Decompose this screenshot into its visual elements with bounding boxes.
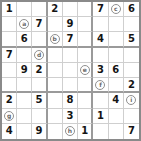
given-digit: 8 xyxy=(67,95,74,105)
sudoku-board: 127c6a796b7457d92e36f22584ig3149h17 xyxy=(0,0,141,141)
cell-r1c1[interactable]: 1 xyxy=(2,2,17,17)
given-digit: 4 xyxy=(112,95,119,105)
given-digit: 7 xyxy=(67,34,74,44)
given-digit: 5 xyxy=(36,95,43,105)
circled-letter-a-icon: a xyxy=(19,19,29,29)
cell-r4c2[interactable] xyxy=(17,48,32,63)
cell-r8c8[interactable] xyxy=(109,109,124,124)
cell-r1c4[interactable]: 2 xyxy=(48,2,63,17)
cell-r7c2[interactable] xyxy=(17,93,32,108)
cell-r5c4[interactable] xyxy=(48,63,63,78)
cell-r2c8[interactable] xyxy=(109,17,124,32)
given-digit: 1 xyxy=(81,126,88,136)
cell-r3c5[interactable]: 7 xyxy=(63,32,78,47)
cell-r7c9[interactable]: i xyxy=(124,93,139,108)
cell-r8c7[interactable]: 1 xyxy=(93,109,108,124)
cell-r4c3[interactable]: d xyxy=(32,48,47,63)
given-digit: 7 xyxy=(6,50,13,60)
cell-r5c7[interactable]: 3 xyxy=(93,63,108,78)
sudoku-puzzle: 127c6a796b7457d92e36f22584ig3149h17 xyxy=(0,0,141,141)
cell-r2c9[interactable] xyxy=(124,17,139,32)
cell-r9c2[interactable] xyxy=(17,124,32,139)
cell-r5c8[interactable]: 6 xyxy=(109,63,124,78)
cell-r5c3[interactable]: 2 xyxy=(32,63,47,78)
cell-r5c2[interactable]: 9 xyxy=(17,63,32,78)
cell-r9c9[interactable]: 7 xyxy=(124,124,139,139)
cell-r6c7[interactable]: f xyxy=(93,78,108,93)
cell-r1c3[interactable] xyxy=(32,2,47,17)
cell-r6c5[interactable] xyxy=(63,78,78,93)
cell-r9c5[interactable]: h xyxy=(63,124,78,139)
given-digit: 7 xyxy=(128,126,135,136)
cell-r3c1[interactable] xyxy=(2,32,17,47)
cell-r9c7[interactable] xyxy=(93,124,108,139)
cell-r6c2[interactable] xyxy=(17,78,32,93)
cell-r3c8[interactable] xyxy=(109,32,124,47)
cell-r3c6[interactable] xyxy=(78,32,93,47)
circled-letter-h-icon: h xyxy=(65,126,75,136)
cell-r8c2[interactable] xyxy=(17,109,32,124)
cell-r1c2[interactable] xyxy=(17,2,32,17)
given-digit: 6 xyxy=(21,34,28,44)
given-digit: 6 xyxy=(128,4,135,14)
cell-r8c6[interactable] xyxy=(78,109,93,124)
cell-r3c4[interactable]: b xyxy=(48,32,63,47)
cell-r2c2[interactable]: a xyxy=(17,17,32,32)
cell-r4c5[interactable] xyxy=(63,48,78,63)
cell-r3c9[interactable]: 5 xyxy=(124,32,139,47)
cell-r1c5[interactable] xyxy=(63,2,78,17)
cell-r4c6[interactable] xyxy=(78,48,93,63)
cell-r4c4[interactable] xyxy=(48,48,63,63)
cell-r5c9[interactable] xyxy=(124,63,139,78)
given-digit: 5 xyxy=(128,34,135,44)
cell-r8c9[interactable] xyxy=(124,109,139,124)
given-digit: 2 xyxy=(51,4,58,14)
cell-r1c6[interactable] xyxy=(78,2,93,17)
given-digit: 7 xyxy=(97,4,104,14)
cell-r7c7[interactable] xyxy=(93,93,108,108)
cell-r4c9[interactable] xyxy=(124,48,139,63)
given-digit: 3 xyxy=(97,65,104,75)
cell-r4c7[interactable] xyxy=(93,48,108,63)
cell-r6c8[interactable] xyxy=(109,78,124,93)
circled-letter-f-icon: f xyxy=(95,80,105,90)
cell-r2c4[interactable] xyxy=(48,17,63,32)
cell-r6c1[interactable] xyxy=(2,78,17,93)
cell-r3c2[interactable]: 6 xyxy=(17,32,32,47)
cell-r9c6[interactable]: 1 xyxy=(78,124,93,139)
cell-r7c5[interactable]: 8 xyxy=(63,93,78,108)
cell-r2c7[interactable] xyxy=(93,17,108,32)
cell-r6c3[interactable] xyxy=(32,78,47,93)
cell-r9c8[interactable] xyxy=(109,124,124,139)
cell-r9c3[interactable]: 9 xyxy=(32,124,47,139)
given-digit: 3 xyxy=(67,111,74,121)
given-digit: 1 xyxy=(6,4,13,14)
cell-r7c4[interactable] xyxy=(48,93,63,108)
cell-r1c9[interactable]: 6 xyxy=(124,2,139,17)
cell-r6c6[interactable] xyxy=(78,78,93,93)
cell-r4c8[interactable] xyxy=(109,48,124,63)
cell-r7c8[interactable]: 4 xyxy=(109,93,124,108)
cell-r4c1[interactable]: 7 xyxy=(2,48,17,63)
given-digit: 2 xyxy=(6,95,13,105)
circled-letter-b-icon: b xyxy=(50,34,60,44)
cell-r5c6[interactable]: e xyxy=(78,63,93,78)
given-digit: 9 xyxy=(21,65,28,75)
cell-r5c5[interactable] xyxy=(63,63,78,78)
cell-r7c3[interactable]: 5 xyxy=(32,93,47,108)
cell-r2c3[interactable]: 7 xyxy=(32,17,47,32)
cell-r6c4[interactable] xyxy=(48,78,63,93)
cell-r1c7[interactable]: 7 xyxy=(93,2,108,17)
cell-r2c5[interactable]: 9 xyxy=(63,17,78,32)
cell-r3c3[interactable] xyxy=(32,32,47,47)
circled-letter-i-icon: i xyxy=(126,95,136,105)
circled-letter-d-icon: d xyxy=(34,50,44,60)
cell-r8c1[interactable]: g xyxy=(2,109,17,124)
circled-letter-c-icon: c xyxy=(111,4,121,14)
cell-r6c9[interactable]: 2 xyxy=(124,78,139,93)
cell-r8c5[interactable]: 3 xyxy=(63,109,78,124)
cell-r9c4[interactable] xyxy=(48,124,63,139)
given-digit: 6 xyxy=(112,65,119,75)
given-digit: 7 xyxy=(36,19,43,29)
cell-r7c1[interactable]: 2 xyxy=(2,93,17,108)
given-digit: 9 xyxy=(67,19,74,29)
circled-letter-e-icon: e xyxy=(80,65,90,75)
cell-r8c3[interactable] xyxy=(32,109,47,124)
cell-r5c1[interactable] xyxy=(2,63,17,78)
given-digit: 2 xyxy=(36,65,43,75)
cell-r3c7[interactable]: 4 xyxy=(93,32,108,47)
given-digit: 1 xyxy=(97,111,104,121)
cell-r1c8[interactable]: c xyxy=(109,2,124,17)
cell-r2c6[interactable] xyxy=(78,17,93,32)
cell-r8c4[interactable] xyxy=(48,109,63,124)
cell-r2c1[interactable] xyxy=(2,17,17,32)
circled-letter-g-icon: g xyxy=(4,111,14,121)
cell-r9c1[interactable]: 4 xyxy=(2,124,17,139)
given-digit: 2 xyxy=(128,80,135,90)
cell-r7c6[interactable] xyxy=(78,93,93,108)
given-digit: 4 xyxy=(97,34,104,44)
given-digit: 9 xyxy=(36,126,43,136)
given-digit: 4 xyxy=(6,126,13,136)
